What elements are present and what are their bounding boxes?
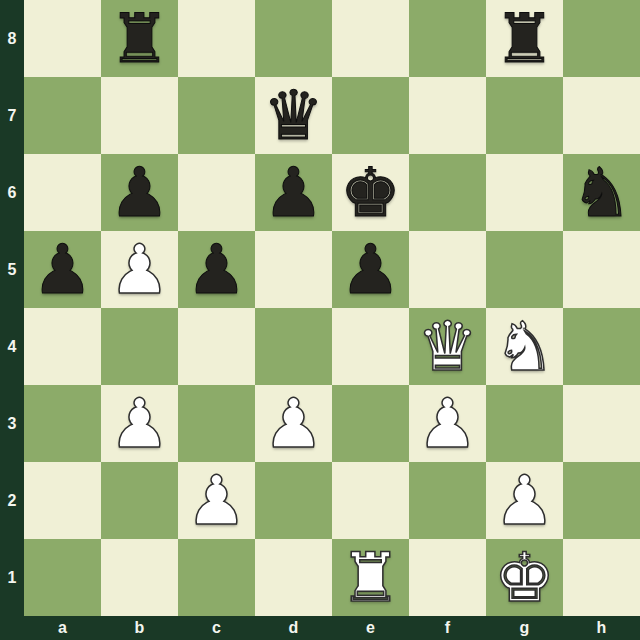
- square-e2[interactable]: [332, 462, 409, 539]
- square-g8[interactable]: ♜: [486, 0, 563, 77]
- square-a5[interactable]: ♟: [24, 231, 101, 308]
- square-c5[interactable]: ♟: [178, 231, 255, 308]
- rank-label-3: 3: [0, 385, 24, 462]
- rank-label-5: 5: [0, 231, 24, 308]
- rank-label-2: 2: [0, 462, 24, 539]
- piece-white-pawn[interactable]: ♟: [494, 462, 555, 539]
- square-d7[interactable]: ♛: [255, 77, 332, 154]
- square-e3[interactable]: [332, 385, 409, 462]
- square-d6[interactable]: ♟: [255, 154, 332, 231]
- square-a1[interactable]: [24, 539, 101, 616]
- square-d4[interactable]: [255, 308, 332, 385]
- piece-black-knight[interactable]: ♞: [571, 154, 632, 231]
- file-label-a: a: [24, 616, 101, 640]
- square-c4[interactable]: [178, 308, 255, 385]
- square-e6[interactable]: ♚: [332, 154, 409, 231]
- rank-label-1: 1: [0, 539, 24, 616]
- square-d2[interactable]: [255, 462, 332, 539]
- square-b2[interactable]: [101, 462, 178, 539]
- square-d5[interactable]: [255, 231, 332, 308]
- square-e7[interactable]: [332, 77, 409, 154]
- file-label-e: e: [332, 616, 409, 640]
- piece-black-pawn[interactable]: ♟: [32, 231, 93, 308]
- square-b8[interactable]: ♜: [101, 0, 178, 77]
- file-labels: abcdefgh: [24, 616, 640, 640]
- piece-white-pawn[interactable]: ♟: [417, 385, 478, 462]
- piece-black-pawn[interactable]: ♟: [263, 154, 324, 231]
- square-f7[interactable]: [409, 77, 486, 154]
- rank-label-4: 4: [0, 308, 24, 385]
- square-f2[interactable]: [409, 462, 486, 539]
- piece-white-king[interactable]: ♚: [494, 539, 555, 616]
- square-f4[interactable]: ♛: [409, 308, 486, 385]
- square-g5[interactable]: [486, 231, 563, 308]
- file-label-h: h: [563, 616, 640, 640]
- square-c2[interactable]: ♟: [178, 462, 255, 539]
- piece-black-pawn[interactable]: ♟: [340, 231, 401, 308]
- square-h3[interactable]: [563, 385, 640, 462]
- square-b7[interactable]: [101, 77, 178, 154]
- piece-black-king[interactable]: ♚: [340, 154, 401, 231]
- square-b6[interactable]: ♟: [101, 154, 178, 231]
- square-g3[interactable]: [486, 385, 563, 462]
- piece-white-pawn[interactable]: ♟: [186, 462, 247, 539]
- file-label-c: c: [178, 616, 255, 640]
- square-e4[interactable]: [332, 308, 409, 385]
- file-label-f: f: [409, 616, 486, 640]
- square-b3[interactable]: ♟: [101, 385, 178, 462]
- square-b4[interactable]: [101, 308, 178, 385]
- square-d1[interactable]: [255, 539, 332, 616]
- square-h2[interactable]: [563, 462, 640, 539]
- square-c6[interactable]: [178, 154, 255, 231]
- square-d8[interactable]: [255, 0, 332, 77]
- chess-board-container: 87654321 ♜♜♛♟♟♚♞♟♟♟♟♛♞♟♟♟♟♟♜♚ abcdefgh: [0, 0, 640, 640]
- square-d3[interactable]: ♟: [255, 385, 332, 462]
- square-h8[interactable]: [563, 0, 640, 77]
- piece-black-rook[interactable]: ♜: [109, 0, 170, 77]
- square-a4[interactable]: [24, 308, 101, 385]
- square-e8[interactable]: [332, 0, 409, 77]
- piece-white-pawn[interactable]: ♟: [109, 385, 170, 462]
- square-h7[interactable]: [563, 77, 640, 154]
- square-c8[interactable]: [178, 0, 255, 77]
- square-f3[interactable]: ♟: [409, 385, 486, 462]
- square-g2[interactable]: ♟: [486, 462, 563, 539]
- square-e5[interactable]: ♟: [332, 231, 409, 308]
- piece-white-pawn[interactable]: ♟: [109, 231, 170, 308]
- square-a3[interactable]: [24, 385, 101, 462]
- piece-black-queen[interactable]: ♛: [263, 77, 324, 154]
- square-a6[interactable]: [24, 154, 101, 231]
- square-a2[interactable]: [24, 462, 101, 539]
- rank-label-8: 8: [0, 0, 24, 77]
- square-f1[interactable]: [409, 539, 486, 616]
- piece-black-pawn[interactable]: ♟: [109, 154, 170, 231]
- square-c3[interactable]: [178, 385, 255, 462]
- square-a7[interactable]: [24, 77, 101, 154]
- square-a8[interactable]: [24, 0, 101, 77]
- rank-label-7: 7: [0, 77, 24, 154]
- square-h6[interactable]: ♞: [563, 154, 640, 231]
- file-label-d: d: [255, 616, 332, 640]
- piece-white-rook[interactable]: ♜: [340, 539, 401, 616]
- square-h5[interactable]: [563, 231, 640, 308]
- piece-white-pawn[interactable]: ♟: [263, 385, 324, 462]
- piece-black-rook[interactable]: ♜: [494, 0, 555, 77]
- square-h4[interactable]: [563, 308, 640, 385]
- square-h1[interactable]: [563, 539, 640, 616]
- piece-white-knight[interactable]: ♞: [494, 308, 555, 385]
- square-c7[interactable]: [178, 77, 255, 154]
- square-g1[interactable]: ♚: [486, 539, 563, 616]
- file-label-b: b: [101, 616, 178, 640]
- square-g4[interactable]: ♞: [486, 308, 563, 385]
- square-b5[interactable]: ♟: [101, 231, 178, 308]
- file-label-g: g: [486, 616, 563, 640]
- chess-board: ♜♜♛♟♟♚♞♟♟♟♟♛♞♟♟♟♟♟♜♚: [24, 0, 640, 616]
- square-e1[interactable]: ♜: [332, 539, 409, 616]
- square-f5[interactable]: [409, 231, 486, 308]
- rank-label-6: 6: [0, 154, 24, 231]
- rank-labels: 87654321: [0, 0, 24, 616]
- piece-white-queen[interactable]: ♛: [417, 308, 478, 385]
- square-f8[interactable]: [409, 0, 486, 77]
- square-c1[interactable]: [178, 539, 255, 616]
- square-f6[interactable]: [409, 154, 486, 231]
- piece-black-pawn[interactable]: ♟: [186, 231, 247, 308]
- square-g6[interactable]: [486, 154, 563, 231]
- square-g7[interactable]: [486, 77, 563, 154]
- square-b1[interactable]: [101, 539, 178, 616]
